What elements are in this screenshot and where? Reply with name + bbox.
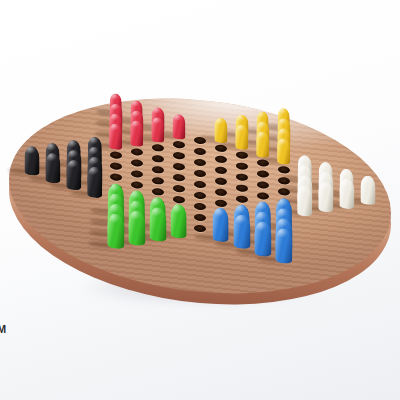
board-hole bbox=[131, 158, 143, 166]
yellow-peg bbox=[214, 118, 227, 143]
black-peg bbox=[24, 146, 39, 176]
board-assembly bbox=[9, 83, 391, 308]
white-peg bbox=[297, 184, 313, 216]
board-hole bbox=[194, 136, 206, 144]
board-hole bbox=[194, 191, 206, 199]
white-peg bbox=[360, 175, 375, 205]
green-peg-cell[interactable] bbox=[147, 229, 168, 242]
black-peg-cell[interactable] bbox=[21, 163, 42, 176]
board-hole bbox=[152, 188, 164, 196]
green-peg bbox=[149, 206, 166, 242]
board-hole bbox=[131, 180, 143, 188]
board-hole bbox=[257, 169, 269, 177]
board-hole bbox=[257, 180, 269, 188]
board-hole bbox=[173, 173, 185, 181]
blue-peg bbox=[233, 214, 250, 250]
board-hole bbox=[110, 151, 122, 159]
blue-peg bbox=[254, 220, 271, 256]
board-hole bbox=[215, 199, 227, 207]
white-peg-cell[interactable] bbox=[315, 200, 336, 213]
blue-peg bbox=[212, 207, 229, 242]
board-hole bbox=[131, 169, 143, 177]
board-hole bbox=[215, 144, 227, 152]
board-hole bbox=[131, 147, 143, 155]
board-hole bbox=[236, 173, 248, 181]
black-peg-cell[interactable] bbox=[63, 178, 84, 191]
yellow-peg bbox=[235, 124, 248, 150]
board-hole bbox=[236, 195, 248, 203]
board-hole bbox=[194, 169, 206, 177]
board-hole bbox=[173, 140, 185, 148]
board-hole bbox=[194, 180, 206, 188]
board-hole bbox=[194, 147, 206, 155]
white-peg-cell[interactable] bbox=[294, 204, 315, 217]
green-peg-cell[interactable] bbox=[105, 237, 126, 250]
board-hole bbox=[278, 177, 290, 185]
board-hole bbox=[152, 177, 164, 185]
watermark-text: M bbox=[0, 323, 6, 335]
board-hole bbox=[236, 151, 248, 159]
red-peg bbox=[151, 117, 164, 143]
board-hole bbox=[236, 162, 248, 170]
board-hole bbox=[152, 155, 164, 163]
black-peg bbox=[66, 159, 81, 190]
empty-hole-cell[interactable] bbox=[189, 222, 210, 235]
green-peg bbox=[170, 203, 187, 238]
board-hole bbox=[194, 224, 206, 232]
white-peg bbox=[318, 181, 333, 212]
blue-peg bbox=[275, 227, 292, 264]
board-hole bbox=[194, 158, 206, 166]
board-hole bbox=[278, 166, 290, 174]
white-peg bbox=[339, 178, 354, 209]
board-hole bbox=[173, 195, 185, 203]
red-peg bbox=[130, 120, 144, 146]
yellow-peg bbox=[256, 131, 270, 157]
green-peg bbox=[128, 209, 145, 245]
board-hole bbox=[257, 191, 269, 199]
board-hole bbox=[278, 188, 290, 196]
board-hole bbox=[257, 158, 269, 166]
green-peg bbox=[107, 212, 124, 249]
black-peg bbox=[87, 166, 103, 198]
black-peg-cell[interactable] bbox=[42, 171, 63, 184]
black-peg bbox=[45, 152, 60, 183]
board-hole bbox=[215, 155, 227, 163]
green-peg-cell[interactable] bbox=[126, 233, 147, 246]
board-hole bbox=[215, 188, 227, 196]
red-peg bbox=[172, 114, 185, 139]
black-peg-cell[interactable] bbox=[84, 185, 105, 198]
board-hole bbox=[152, 166, 164, 174]
blue-peg-cell[interactable] bbox=[273, 251, 294, 264]
board-hole bbox=[110, 173, 122, 181]
white-peg-cell[interactable] bbox=[357, 193, 378, 206]
board-hole bbox=[236, 184, 248, 192]
yellow-peg bbox=[277, 138, 291, 165]
board-hole bbox=[173, 162, 185, 170]
product-photo-scene: M bbox=[0, 0, 400, 400]
board-hole bbox=[173, 184, 185, 192]
board-hole bbox=[194, 202, 206, 210]
board-hole bbox=[215, 166, 227, 174]
board-hole bbox=[194, 213, 206, 221]
board-hole bbox=[110, 162, 122, 170]
white-peg-cell[interactable] bbox=[336, 196, 357, 209]
green-peg-cell[interactable] bbox=[168, 226, 189, 239]
board-hole bbox=[152, 144, 164, 152]
board-hole bbox=[215, 177, 227, 185]
board-hole bbox=[173, 151, 185, 159]
red-peg bbox=[109, 123, 123, 150]
